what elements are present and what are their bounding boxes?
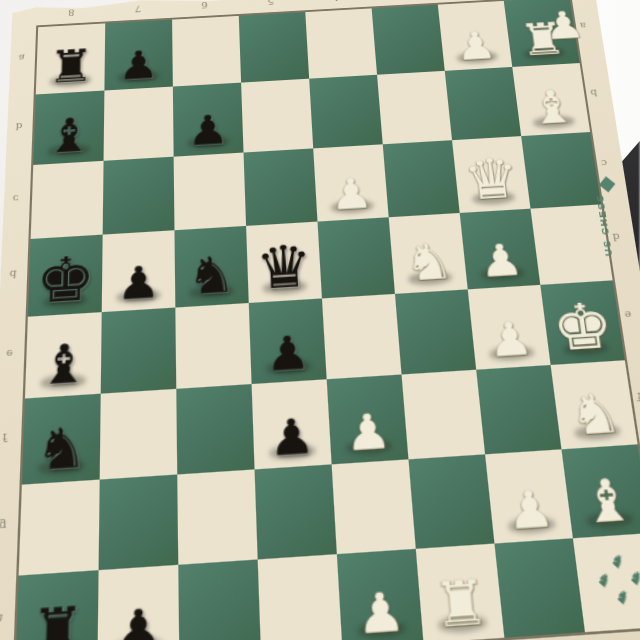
- square-f2[interactable]: [476, 365, 561, 454]
- square-d4[interactable]: [317, 217, 394, 298]
- square-b6[interactable]: ♟: [173, 83, 244, 157]
- square-a5[interactable]: [239, 12, 309, 82]
- black-knight[interactable]: ♞: [186, 249, 237, 302]
- square-c4[interactable]: ♟: [313, 144, 388, 221]
- square-d5[interactable]: ♛: [246, 222, 322, 303]
- square-h7[interactable]: ♟: [97, 565, 179, 640]
- white-pawn[interactable]: ♟: [329, 172, 374, 216]
- black-king[interactable]: ♚: [35, 248, 96, 312]
- square-b4[interactable]: [309, 75, 383, 149]
- rank-label-top-4: 4: [333, 0, 340, 3]
- square-h8[interactable]: ♜: [15, 570, 98, 640]
- square-f7[interactable]: [100, 389, 178, 480]
- square-d2[interactable]: ♟: [460, 209, 541, 290]
- black-bishop[interactable]: ♝: [45, 112, 93, 161]
- white-pawn[interactable]: ♟: [504, 483, 556, 537]
- board-photo-scene: ♜♟♟♜♝♟♝♟♛♚♟♞♛♞♟♝♟♟♚♞♟♟♞♟♝♜♟♟♜♞♞♞♞ US CHE…: [8, 0, 640, 640]
- square-e3[interactable]: [395, 289, 476, 374]
- square-a3[interactable]: [372, 5, 445, 75]
- square-d6[interactable]: ♞: [174, 226, 248, 308]
- white-knight[interactable]: ♞: [402, 236, 456, 289]
- black-pawn[interactable]: ♟: [187, 109, 229, 152]
- square-c3[interactable]: [383, 140, 460, 217]
- square-h3[interactable]: ♜: [416, 544, 505, 640]
- square-g4[interactable]: [332, 459, 416, 554]
- square-g6[interactable]: [177, 469, 257, 564]
- square-b2[interactable]: [445, 67, 521, 140]
- square-g2[interactable]: ♟: [485, 449, 573, 543]
- rank-label-top-8: 8: [68, 7, 75, 18]
- square-b8[interactable]: ♝: [33, 90, 104, 164]
- black-pawn[interactable]: ♟: [265, 329, 312, 378]
- file-label-left-b: b: [15, 121, 22, 132]
- square-a4[interactable]: [305, 8, 377, 78]
- square-e7[interactable]: [101, 308, 177, 394]
- white-pawn[interactable]: ♟: [477, 238, 525, 284]
- square-c5[interactable]: [244, 148, 318, 225]
- rank-label-top-7: 7: [135, 4, 141, 15]
- square-h4[interactable]: ♟: [337, 549, 424, 640]
- square-a7[interactable]: ♟: [104, 20, 172, 91]
- black-knight[interactable]: ♞: [35, 419, 89, 478]
- board-grid[interactable]: ♜♟♟♜♝♟♝♟♛♚♟♞♛♞♟♝♟♟♚♞♟♟♞♟♝♜♟♟♜♞♞♞♞: [15, 0, 640, 640]
- square-e8[interactable]: ♝: [25, 312, 102, 398]
- square-g8[interactable]: [19, 480, 100, 576]
- black-pawn[interactable]: ♟: [118, 45, 159, 86]
- black-bishop[interactable]: ♝: [37, 337, 89, 393]
- square-f5[interactable]: ♟: [252, 379, 332, 469]
- rank-label-top-5: 5: [267, 0, 274, 7]
- file-label-left-f: f: [2, 431, 7, 445]
- square-e4[interactable]: [322, 294, 402, 379]
- file-label-left-h: h: [0, 612, 3, 628]
- square-b3[interactable]: [377, 71, 452, 144]
- square-c8[interactable]: [31, 161, 104, 239]
- square-f4[interactable]: ♟: [327, 374, 409, 464]
- black-pawn[interactable]: ♟: [114, 601, 163, 640]
- square-d3[interactable]: ♞: [389, 213, 468, 294]
- square-g3[interactable]: [408, 454, 494, 548]
- square-f6[interactable]: [176, 384, 254, 474]
- square-b5[interactable]: [241, 79, 313, 153]
- black-queen[interactable]: ♛: [254, 236, 314, 297]
- square-a6[interactable]: [172, 16, 241, 87]
- square-d8[interactable]: ♚: [28, 235, 103, 317]
- square-a2[interactable]: ♟: [438, 1, 512, 71]
- file-label-left-g: g: [0, 519, 7, 534]
- file-label-left-d: d: [9, 268, 17, 281]
- white-pawn[interactable]: ♟: [355, 585, 407, 640]
- square-a8[interactable]: ♜: [36, 23, 105, 94]
- file-label-left-c: c: [12, 193, 19, 205]
- white-queen[interactable]: ♛: [461, 150, 523, 208]
- white-pawn[interactable]: ♟: [486, 315, 535, 364]
- square-b7[interactable]: [104, 87, 174, 161]
- square-f8[interactable]: ♞: [22, 394, 101, 485]
- white-pawn[interactable]: ♟: [454, 26, 498, 66]
- black-pawn[interactable]: ♟: [117, 260, 161, 307]
- file-label-left-a: a: [18, 53, 25, 64]
- white-rook[interactable]: ♜: [431, 572, 491, 637]
- square-f3[interactable]: [402, 370, 486, 460]
- square-e2[interactable]: ♟: [468, 285, 551, 370]
- black-pawn[interactable]: ♟: [268, 411, 316, 463]
- vinyl-chess-mat: ♜♟♟♜♝♟♝♟♛♚♟♞♛♞♟♝♟♟♚♞♟♟♞♟♝♜♟♟♜♞♞♞♞ US CHE…: [0, 0, 640, 640]
- square-g5[interactable]: [255, 464, 337, 559]
- square-h6[interactable]: [178, 559, 261, 640]
- square-c6[interactable]: [174, 153, 246, 231]
- square-e5[interactable]: ♟: [249, 298, 327, 384]
- square-e6[interactable]: [175, 303, 251, 389]
- square-h2[interactable]: [494, 538, 585, 637]
- square-d7[interactable]: ♟: [102, 230, 176, 312]
- square-h5[interactable]: [258, 554, 343, 640]
- white-pawn[interactable]: ♟: [344, 407, 393, 459]
- black-rook[interactable]: ♜: [29, 599, 86, 640]
- square-c7[interactable]: [103, 157, 175, 235]
- black-rook[interactable]: ♜: [47, 44, 94, 90]
- square-c2[interactable]: ♛: [452, 136, 530, 213]
- square-g7[interactable]: [99, 474, 179, 570]
- file-label-left-e: e: [6, 347, 13, 360]
- rank-label-top-6: 6: [201, 0, 208, 11]
- photo-frame: ♜♟♟♜♝♟♝♟♛♚♟♞♛♞♟♝♟♟♚♞♟♟♞♟♝♜♟♟♜♞♞♞♞ US CHE…: [0, 0, 640, 640]
